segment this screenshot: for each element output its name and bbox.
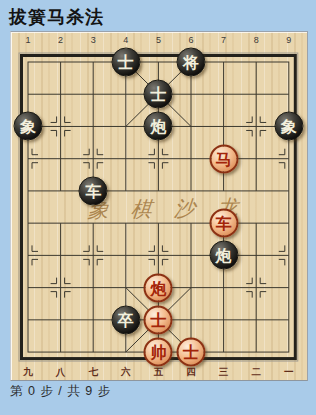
file-label-bottom-7: 三 bbox=[216, 366, 232, 378]
file-label-bottom-6: 四 bbox=[183, 366, 199, 378]
piece-black-advisor[interactable]: 士 bbox=[144, 80, 173, 109]
piece-black-cannon[interactable]: 炮 bbox=[144, 112, 173, 141]
piece-black-advisor[interactable]: 士 bbox=[111, 48, 140, 77]
piece-red-chariot[interactable]: 车 bbox=[209, 209, 238, 238]
file-label-top-6: 6 bbox=[183, 34, 199, 46]
piece-red-general[interactable]: 帅 bbox=[144, 338, 173, 367]
piece-red-horse[interactable]: 马 bbox=[209, 144, 238, 173]
status-bar: 第 0 步 / 共 9 步 bbox=[10, 383, 111, 400]
file-label-top-9: 9 bbox=[281, 34, 297, 46]
file-label-top-2: 2 bbox=[53, 34, 69, 46]
piece-black-cannon[interactable]: 炮 bbox=[209, 241, 238, 270]
file-label-bottom-8: 二 bbox=[248, 366, 264, 378]
piece-black-soldier[interactable]: 卒 bbox=[111, 305, 140, 334]
piece-red-advisor[interactable]: 士 bbox=[177, 338, 206, 367]
file-label-bottom-2: 八 bbox=[53, 366, 69, 378]
piece-red-cannon[interactable]: 炮 bbox=[144, 273, 173, 302]
app-window: 拔簧马杀法 象棋沙龙 士将士象炮象马车车炮炮卒士帅士 第 0 步 / 共 9 步… bbox=[0, 0, 316, 415]
piece-red-advisor[interactable]: 士 bbox=[144, 305, 173, 334]
file-label-bottom-4: 六 bbox=[118, 366, 134, 378]
file-label-top-1: 1 bbox=[20, 34, 36, 46]
file-label-top-3: 3 bbox=[85, 34, 101, 46]
piece-black-chariot[interactable]: 车 bbox=[79, 176, 108, 205]
file-label-bottom-5: 五 bbox=[150, 366, 166, 378]
file-label-bottom-1: 九 bbox=[20, 366, 36, 378]
piece-layer: 士将士象炮象马车车炮炮卒士帅士 bbox=[0, 0, 316, 415]
file-label-top-7: 7 bbox=[216, 34, 232, 46]
file-label-top-5: 5 bbox=[150, 34, 166, 46]
file-label-bottom-3: 七 bbox=[85, 366, 101, 378]
piece-black-elephant[interactable]: 象 bbox=[14, 112, 43, 141]
piece-black-elephant[interactable]: 象 bbox=[274, 112, 303, 141]
file-label-top-8: 8 bbox=[248, 34, 264, 46]
file-label-bottom-9: 一 bbox=[281, 366, 297, 378]
file-label-top-4: 4 bbox=[118, 34, 134, 46]
piece-black-general[interactable]: 将 bbox=[177, 48, 206, 77]
